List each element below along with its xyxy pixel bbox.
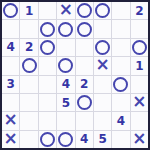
cell-r6c4[interactable]: 5 [57,94,74,111]
circle-mark [58,22,73,37]
number-clue: 1 [25,5,33,17]
circle-mark [40,40,55,55]
number-clue: 4 [117,115,125,127]
cell-r4c6[interactable]: × [94,57,111,74]
cell-r4c8[interactable]: 1 [131,57,148,74]
number-clue: 1 [135,60,143,72]
cell-r8c3[interactable] [39,131,56,148]
cross-mark: × [59,2,73,18]
cell-r2c8[interactable] [131,20,148,37]
cell-r1c1[interactable] [2,2,19,19]
cell-r4c4[interactable] [57,57,74,74]
circle-mark [77,3,92,18]
cell-r5c3[interactable] [39,76,56,93]
cell-r3c8[interactable] [131,39,148,56]
puzzle-board: 1×242×13425××4×45× [2,2,148,148]
cell-r6c2[interactable] [20,94,37,111]
cross-mark: × [95,57,109,73]
cell-r5c1[interactable]: 3 [2,76,19,93]
cell-r6c7[interactable] [112,94,129,111]
number-clue: 3 [7,78,15,90]
cell-r1c5[interactable] [76,2,93,19]
cell-r5c8[interactable] [131,76,148,93]
circle-mark [40,132,55,147]
cross-mark: × [4,131,18,147]
cell-r8c1[interactable]: × [2,131,19,148]
cell-r2c5[interactable] [76,20,93,37]
cell-r1c6[interactable] [94,2,111,19]
cell-r1c3[interactable] [39,2,56,19]
circle-mark [3,3,18,18]
number-clue: 4 [62,78,70,90]
cell-r6c8[interactable]: × [131,94,148,111]
cell-r3c2[interactable]: 2 [20,39,37,56]
cell-r1c7[interactable] [112,2,129,19]
cross-mark: × [4,112,18,128]
circle-mark [77,95,92,110]
cell-r8c6[interactable]: 5 [94,131,111,148]
cell-r2c2[interactable] [20,20,37,37]
cell-r5c7[interactable] [112,76,129,93]
cell-r7c1[interactable]: × [2,112,19,129]
cross-mark: × [132,131,146,147]
cell-r4c3[interactable] [39,57,56,74]
cell-r7c3[interactable] [39,112,56,129]
cell-r8c4[interactable] [57,131,74,148]
circle-mark [22,58,37,73]
cell-r1c2[interactable]: 1 [20,2,37,19]
cell-r3c4[interactable] [57,39,74,56]
number-clue: 4 [80,133,88,145]
cell-r1c4[interactable]: × [57,2,74,19]
number-clue: 2 [135,5,143,17]
circle-mark [95,40,110,55]
cell-r3c1[interactable]: 4 [2,39,19,56]
cell-r3c7[interactable] [112,39,129,56]
cell-r4c2[interactable] [20,57,37,74]
cell-r4c5[interactable] [76,57,93,74]
cell-r2c6[interactable] [94,20,111,37]
number-clue: 4 [7,41,15,53]
cell-r2c7[interactable] [112,20,129,37]
cell-r7c6[interactable] [94,112,111,129]
cross-mark: × [132,94,146,110]
cell-r8c8[interactable]: × [131,131,148,148]
cell-r4c1[interactable] [2,57,19,74]
cell-r5c6[interactable] [94,76,111,93]
cell-r7c7[interactable]: 4 [112,112,129,129]
number-clue: 2 [25,41,33,53]
cell-r8c2[interactable] [20,131,37,148]
cell-r2c3[interactable] [39,20,56,37]
cell-r6c1[interactable] [2,94,19,111]
cell-r8c5[interactable]: 4 [76,131,93,148]
number-clue: 5 [98,133,106,145]
puzzle-board-frame: 1×242×13425××4×45× [0,0,150,150]
cell-r1c8[interactable]: 2 [131,2,148,19]
circle-mark [77,22,92,37]
cell-r6c5[interactable] [76,94,93,111]
cell-r7c5[interactable] [76,112,93,129]
cell-r7c4[interactable] [57,112,74,129]
circle-mark [58,58,73,73]
circle-mark [95,3,110,18]
cell-r3c3[interactable] [39,39,56,56]
number-clue: 2 [80,78,88,90]
cell-r7c2[interactable] [20,112,37,129]
circle-mark [113,77,128,92]
cell-r6c3[interactable] [39,94,56,111]
cell-r4c7[interactable] [112,57,129,74]
cell-r7c8[interactable] [131,112,148,129]
cell-r8c7[interactable] [112,131,129,148]
circle-mark [132,40,147,55]
cell-r3c6[interactable] [94,39,111,56]
cell-r2c1[interactable] [2,20,19,37]
cell-r5c4[interactable]: 4 [57,76,74,93]
cell-r5c5[interactable]: 2 [76,76,93,93]
circle-mark [58,132,73,147]
cell-r3c5[interactable] [76,39,93,56]
cell-r6c6[interactable] [94,94,111,111]
cell-r5c2[interactable] [20,76,37,93]
cell-r2c4[interactable] [57,20,74,37]
circle-mark [40,22,55,37]
number-clue: 5 [62,97,70,109]
